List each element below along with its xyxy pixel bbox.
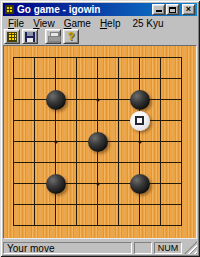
board-point[interactable] bbox=[150, 89, 171, 110]
board-point[interactable] bbox=[129, 68, 150, 89]
board-point[interactable] bbox=[150, 110, 171, 131]
status-message-pane: Your move bbox=[3, 242, 132, 254]
board-point[interactable] bbox=[66, 194, 87, 215]
black-stone bbox=[130, 174, 150, 194]
board-point[interactable] bbox=[87, 194, 108, 215]
board-point[interactable] bbox=[24, 131, 45, 152]
menu-view[interactable]: View bbox=[33, 18, 55, 29]
title-bar[interactable]: Go game - igowin × bbox=[3, 3, 197, 16]
board-grid-icon bbox=[7, 32, 17, 42]
board-point[interactable] bbox=[171, 194, 192, 215]
board-point[interactable] bbox=[24, 215, 45, 236]
board-point[interactable] bbox=[66, 215, 87, 236]
printer-icon bbox=[48, 32, 59, 41]
board-point[interactable] bbox=[3, 194, 24, 215]
status-message: Your move bbox=[7, 243, 54, 254]
app-icon bbox=[5, 5, 14, 14]
board-point[interactable] bbox=[87, 152, 108, 173]
board-point[interactable] bbox=[171, 215, 192, 236]
board-point[interactable] bbox=[129, 89, 150, 110]
board-point[interactable] bbox=[66, 173, 87, 194]
save-button[interactable] bbox=[22, 29, 38, 44]
board-point[interactable] bbox=[108, 131, 129, 152]
white-stone bbox=[130, 111, 150, 131]
board-point[interactable] bbox=[129, 173, 150, 194]
board-point[interactable] bbox=[108, 194, 129, 215]
board-point[interactable] bbox=[150, 68, 171, 89]
board-point[interactable] bbox=[150, 215, 171, 236]
board-point[interactable] bbox=[66, 89, 87, 110]
board-point[interactable] bbox=[108, 152, 129, 173]
board-point[interactable] bbox=[45, 68, 66, 89]
board-point[interactable] bbox=[171, 152, 192, 173]
window-title: Go game - igowin bbox=[17, 4, 100, 16]
menu-game[interactable]: Game bbox=[64, 18, 91, 29]
board-point[interactable] bbox=[171, 173, 192, 194]
board-point[interactable] bbox=[129, 152, 150, 173]
board-point[interactable] bbox=[108, 173, 129, 194]
menu-rank[interactable]: 25 Kyu bbox=[132, 18, 163, 29]
board-point[interactable] bbox=[45, 215, 66, 236]
maximize-button[interactable] bbox=[166, 4, 179, 15]
minimize-icon bbox=[156, 10, 162, 12]
board-point[interactable] bbox=[3, 152, 24, 173]
board-point[interactable] bbox=[129, 131, 150, 152]
help-button[interactable]: ? bbox=[63, 29, 79, 44]
board-point[interactable] bbox=[24, 89, 45, 110]
board-point[interactable] bbox=[45, 194, 66, 215]
maximize-icon bbox=[169, 7, 176, 13]
question-mark-icon: ? bbox=[68, 31, 75, 42]
board-point[interactable] bbox=[87, 68, 108, 89]
board-point[interactable] bbox=[66, 47, 87, 68]
print-button[interactable] bbox=[45, 29, 61, 44]
board-point[interactable] bbox=[66, 110, 87, 131]
num-label: NUM bbox=[158, 243, 179, 253]
board-point[interactable] bbox=[87, 131, 108, 152]
board-point[interactable] bbox=[171, 89, 192, 110]
board-point[interactable] bbox=[24, 110, 45, 131]
menu-file[interactable]: File bbox=[8, 18, 24, 29]
board-point[interactable] bbox=[66, 131, 87, 152]
board-point[interactable] bbox=[87, 47, 108, 68]
board-gridlines bbox=[13, 57, 182, 226]
board-point[interactable] bbox=[150, 131, 171, 152]
board-point[interactable] bbox=[150, 194, 171, 215]
board-point[interactable] bbox=[45, 47, 66, 68]
board-point[interactable] bbox=[66, 152, 87, 173]
menu-bar: File View Game Help 25 Kyu bbox=[3, 17, 197, 29]
board-point[interactable] bbox=[45, 89, 66, 110]
status-empty-pane bbox=[134, 242, 152, 254]
board-point[interactable] bbox=[24, 173, 45, 194]
board-grid[interactable] bbox=[3, 47, 192, 236]
board-point[interactable] bbox=[66, 68, 87, 89]
board-point[interactable] bbox=[87, 215, 108, 236]
board-point[interactable] bbox=[24, 194, 45, 215]
board-point[interactable] bbox=[171, 47, 192, 68]
close-icon: × bbox=[186, 5, 191, 14]
board-point[interactable] bbox=[171, 131, 192, 152]
board-point[interactable] bbox=[87, 89, 108, 110]
board-point[interactable] bbox=[150, 47, 171, 68]
minimize-button[interactable] bbox=[152, 4, 165, 15]
black-stone bbox=[88, 132, 108, 152]
status-bar: Your move NUM bbox=[3, 240, 197, 254]
board-point[interactable] bbox=[108, 89, 129, 110]
board-point[interactable] bbox=[108, 215, 129, 236]
floppy-disk-icon bbox=[25, 32, 35, 42]
last-move-marker bbox=[135, 116, 144, 125]
app-window: Go game - igowin × File View Game Help 2… bbox=[0, 0, 200, 257]
board-point[interactable] bbox=[3, 47, 24, 68]
board-point[interactable] bbox=[129, 110, 150, 131]
num-indicator: NUM bbox=[154, 242, 182, 254]
board-point[interactable] bbox=[108, 68, 129, 89]
board-point[interactable] bbox=[129, 215, 150, 236]
board-point[interactable] bbox=[3, 215, 24, 236]
board-point[interactable] bbox=[171, 68, 192, 89]
board-point[interactable] bbox=[3, 68, 24, 89]
new-game-button[interactable] bbox=[4, 29, 20, 44]
board-point[interactable] bbox=[150, 173, 171, 194]
board-point[interactable] bbox=[129, 47, 150, 68]
board-point[interactable] bbox=[87, 173, 108, 194]
close-button[interactable]: × bbox=[182, 4, 195, 15]
board-point[interactable] bbox=[3, 110, 24, 131]
resize-grip[interactable] bbox=[184, 241, 197, 254]
board-point[interactable] bbox=[129, 194, 150, 215]
board-point[interactable] bbox=[3, 89, 24, 110]
board-point[interactable] bbox=[24, 152, 45, 173]
board-point[interactable] bbox=[150, 152, 171, 173]
board-point[interactable] bbox=[45, 152, 66, 173]
board-point[interactable] bbox=[24, 68, 45, 89]
board-point[interactable] bbox=[45, 131, 66, 152]
menu-help[interactable]: Help bbox=[100, 18, 121, 29]
board-point[interactable] bbox=[108, 47, 129, 68]
black-stone bbox=[130, 90, 150, 110]
board-point[interactable] bbox=[3, 131, 24, 152]
board-point[interactable] bbox=[24, 47, 45, 68]
go-board[interactable] bbox=[3, 45, 197, 239]
black-stone bbox=[46, 90, 66, 110]
board-point[interactable] bbox=[45, 173, 66, 194]
board-point[interactable] bbox=[108, 110, 129, 131]
board-point[interactable] bbox=[87, 110, 108, 131]
board-point[interactable] bbox=[171, 110, 192, 131]
board-point[interactable] bbox=[3, 173, 24, 194]
toolbar: ? bbox=[3, 29, 197, 45]
board-point[interactable] bbox=[45, 110, 66, 131]
black-stone bbox=[46, 174, 66, 194]
window-controls: × bbox=[152, 4, 195, 15]
